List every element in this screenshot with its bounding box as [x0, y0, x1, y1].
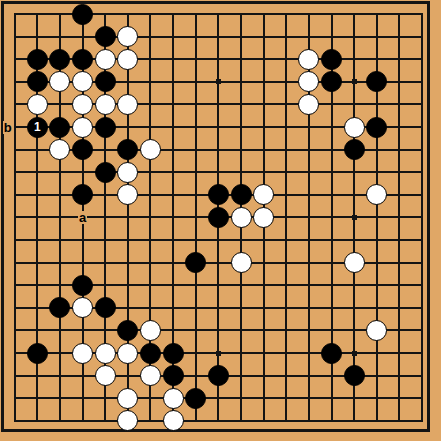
white-stone	[72, 343, 93, 364]
black-stone	[95, 117, 116, 138]
black-stone	[344, 365, 365, 386]
black-stone	[95, 297, 116, 318]
white-stone	[95, 49, 116, 70]
black-stone	[27, 343, 48, 364]
black-stone	[231, 184, 252, 205]
white-stone	[163, 410, 184, 431]
stone-number-label: 1	[34, 121, 41, 133]
white-stone	[140, 320, 161, 341]
star-point	[216, 79, 221, 84]
black-stone	[72, 49, 93, 70]
star-point	[216, 351, 221, 356]
black-stone	[72, 4, 93, 25]
black-stone	[95, 26, 116, 47]
black-stone	[140, 343, 161, 364]
white-stone	[253, 207, 274, 228]
black-stone	[49, 117, 70, 138]
white-stone	[72, 94, 93, 115]
black-stone	[163, 343, 184, 364]
black-stone	[72, 275, 93, 296]
white-stone	[298, 49, 319, 70]
star-point	[352, 351, 357, 356]
black-stone	[208, 365, 229, 386]
white-stone	[117, 162, 138, 183]
white-stone	[117, 388, 138, 409]
grid-line-horizontal	[14, 239, 423, 241]
black-stone	[185, 388, 206, 409]
white-stone	[27, 94, 48, 115]
black-stone	[95, 162, 116, 183]
black-stone	[366, 117, 387, 138]
white-stone	[366, 320, 387, 341]
white-stone	[231, 207, 252, 228]
black-stone	[49, 49, 70, 70]
black-stone	[208, 207, 229, 228]
white-stone	[117, 49, 138, 70]
black-stone	[163, 365, 184, 386]
grid-line-horizontal	[14, 397, 423, 399]
white-stone	[231, 252, 252, 273]
white-stone	[344, 252, 365, 273]
black-stone	[321, 49, 342, 70]
go-board: 1ab	[0, 0, 441, 441]
black-stone	[27, 49, 48, 70]
white-stone	[117, 343, 138, 364]
black-stone	[27, 71, 48, 92]
grid-line-vertical	[421, 13, 423, 422]
white-stone	[140, 365, 161, 386]
star-point	[352, 215, 357, 220]
black-stone	[95, 71, 116, 92]
white-stone	[72, 117, 93, 138]
grid-line-horizontal	[14, 329, 423, 331]
white-stone	[95, 343, 116, 364]
point-label-a: a	[78, 211, 87, 224]
grid-line-vertical	[398, 13, 400, 422]
grid-line-vertical	[285, 13, 287, 422]
white-stone	[163, 388, 184, 409]
white-stone	[344, 117, 365, 138]
white-stone	[140, 139, 161, 160]
grid-line-horizontal	[14, 420, 423, 422]
white-stone	[95, 365, 116, 386]
black-stone: 1	[27, 117, 48, 138]
star-point	[352, 79, 357, 84]
point-label-b: b	[3, 121, 13, 134]
black-stone	[344, 139, 365, 160]
white-stone	[95, 94, 116, 115]
black-stone	[321, 343, 342, 364]
